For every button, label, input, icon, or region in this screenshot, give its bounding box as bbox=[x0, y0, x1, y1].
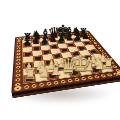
black-pawn-e7[interactable]: ♟ bbox=[57, 34, 65, 43]
square-a1[interactable]: ♜ bbox=[23, 74, 35, 83]
chess-board: ♜♞♝♛♚♝♞♜♟♟♟♟♟♟♟♟♟♟♟♟♟♟♟♟♜♞♝♛♚♝♞♜ bbox=[11, 31, 120, 94]
black-pawn-a7[interactable]: ♟ bbox=[23, 37, 32, 46]
black-pawn-f7[interactable]: ♟ bbox=[65, 33, 73, 42]
corner-rosette-icon bbox=[115, 71, 120, 77]
square-c7[interactable]: ♟ bbox=[40, 41, 49, 46]
black-pawn-c7[interactable]: ♟ bbox=[40, 36, 49, 45]
black-pawn-d7[interactable]: ♟ bbox=[49, 35, 58, 44]
white-rook-a1[interactable]: ♜ bbox=[24, 66, 36, 81]
square-a5[interactable] bbox=[23, 51, 33, 57]
board-grid: ♜♞♝♛♚♝♞♜♟♟♟♟♟♟♟♟♟♟♟♟♟♟♟♟♜♞♝♛♚♝♞♜ bbox=[22, 34, 114, 84]
square-d7[interactable]: ♟ bbox=[48, 40, 58, 45]
corner-rosette-icon bbox=[16, 37, 22, 40]
black-pawn-h7[interactable]: ♟ bbox=[81, 32, 89, 41]
black-pawn-g7[interactable]: ♟ bbox=[74, 33, 82, 42]
white-knight-b1[interactable]: ♞ bbox=[36, 62, 48, 79]
square-b7[interactable]: ♟ bbox=[31, 42, 40, 47]
dark-square-inlay bbox=[34, 47, 40, 50]
frame-ornament-left bbox=[14, 38, 21, 91]
square-a7[interactable]: ♟ bbox=[23, 43, 32, 48]
chess-set-photo: ♜♞♝♛♚♝♞♜♟♟♟♟♟♟♟♟♟♟♟♟♟♟♟♟♜♞♝♛♚♝♞♜ Angled … bbox=[0, 0, 120, 120]
black-pawn-b7[interactable]: ♟ bbox=[32, 36, 41, 45]
